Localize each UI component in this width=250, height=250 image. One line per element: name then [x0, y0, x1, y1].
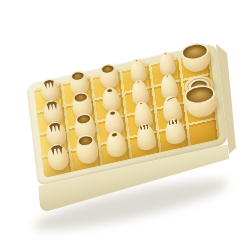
product-photo	[0, 0, 250, 250]
nozzle-cup	[184, 86, 219, 119]
nozzle-cone-serrated	[134, 123, 157, 152]
nozzle-star	[46, 142, 71, 171]
nozzle-cup	[181, 44, 212, 73]
nozzle-basket	[163, 117, 186, 145]
nozzle-hole	[110, 111, 116, 115]
nozzle-round-open	[74, 134, 100, 165]
nozzle-apex	[135, 60, 137, 62]
